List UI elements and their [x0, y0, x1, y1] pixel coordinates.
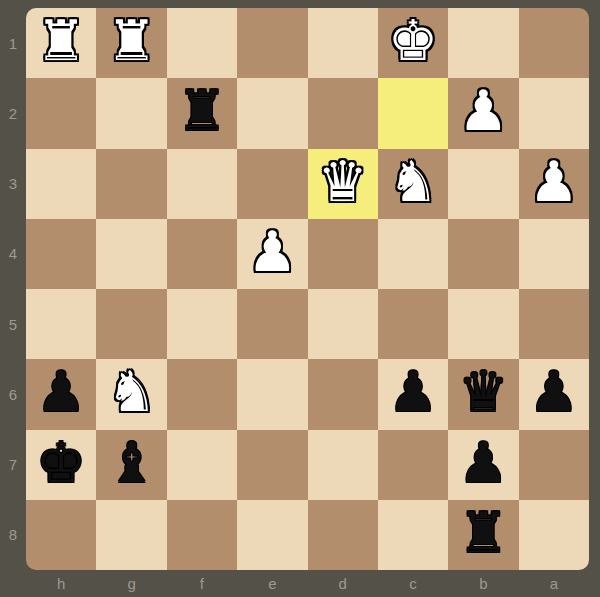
piece-white-pawn[interactable]: ♟ [458, 83, 508, 139]
square-d1[interactable] [308, 8, 378, 78]
rank-label-1: 1 [0, 8, 26, 78]
square-e4[interactable]: ♟ [237, 219, 307, 289]
square-h4[interactable] [26, 219, 96, 289]
square-b6[interactable]: ♛ [448, 359, 518, 429]
piece-white-rook[interactable]: ♜ [36, 13, 86, 69]
file-label-g: g [96, 570, 166, 597]
rank-label-6: 6 [0, 359, 26, 429]
square-d8[interactable] [308, 500, 378, 570]
square-f5[interactable] [167, 289, 237, 359]
square-f2[interactable]: ♜ [167, 78, 237, 148]
square-h5[interactable] [26, 289, 96, 359]
square-f7[interactable] [167, 430, 237, 500]
square-d2[interactable] [308, 78, 378, 148]
square-d6[interactable] [308, 359, 378, 429]
square-c1[interactable]: ♚ [378, 8, 448, 78]
square-e7[interactable] [237, 430, 307, 500]
piece-white-rook[interactable]: ♜ [106, 13, 156, 69]
square-g1[interactable]: ♜ [96, 8, 166, 78]
square-g6[interactable]: ♞ [96, 359, 166, 429]
piece-black-bishop[interactable]: ♝ [106, 435, 156, 491]
piece-black-queen[interactable]: ♛ [458, 364, 508, 420]
square-g7[interactable]: ♝ [96, 430, 166, 500]
piece-white-knight[interactable]: ♞ [106, 364, 156, 420]
square-h1[interactable]: ♜ [26, 8, 96, 78]
square-a2[interactable] [519, 78, 589, 148]
square-a6[interactable]: ♟ [519, 359, 589, 429]
square-b2[interactable]: ♟ [448, 78, 518, 148]
square-g3[interactable] [96, 149, 166, 219]
square-c8[interactable] [378, 500, 448, 570]
rank-label-7: 7 [0, 430, 26, 500]
square-d7[interactable] [308, 430, 378, 500]
file-label-f: f [167, 570, 237, 597]
square-h3[interactable] [26, 149, 96, 219]
square-f3[interactable] [167, 149, 237, 219]
square-e2[interactable] [237, 78, 307, 148]
rank-label-4: 4 [0, 219, 26, 289]
square-g4[interactable] [96, 219, 166, 289]
file-label-a: a [519, 570, 589, 597]
square-a3[interactable]: ♟ [519, 149, 589, 219]
square-h6[interactable]: ♟ [26, 359, 96, 429]
square-b8[interactable]: ♜ [448, 500, 518, 570]
square-c2[interactable] [378, 78, 448, 148]
piece-white-pawn[interactable]: ♟ [247, 224, 297, 280]
square-b3[interactable] [448, 149, 518, 219]
chess-board: ♜♜♚♜♟♛♞♟♟♟♞♟♛♟♚♝♟♜ [26, 8, 589, 570]
rank-label-8: 8 [0, 500, 26, 570]
rank-labels: 1 2 3 4 5 6 7 8 [0, 8, 26, 570]
square-h2[interactable] [26, 78, 96, 148]
square-f1[interactable] [167, 8, 237, 78]
square-b7[interactable]: ♟ [448, 430, 518, 500]
piece-black-pawn[interactable]: ♟ [36, 364, 86, 420]
square-d3[interactable]: ♛ [308, 149, 378, 219]
square-a1[interactable] [519, 8, 589, 78]
file-label-e: e [237, 570, 307, 597]
rank-label-3: 3 [0, 149, 26, 219]
piece-black-rook[interactable]: ♜ [458, 505, 508, 561]
piece-white-pawn[interactable]: ♟ [529, 154, 579, 210]
file-label-c: c [378, 570, 448, 597]
square-a4[interactable] [519, 219, 589, 289]
square-g2[interactable] [96, 78, 166, 148]
square-c6[interactable]: ♟ [378, 359, 448, 429]
piece-black-pawn[interactable]: ♟ [529, 364, 579, 420]
piece-black-rook[interactable]: ♜ [177, 83, 227, 139]
square-b5[interactable] [448, 289, 518, 359]
file-label-b: b [448, 570, 518, 597]
file-label-h: h [26, 570, 96, 597]
square-d4[interactable] [308, 219, 378, 289]
square-b1[interactable] [448, 8, 518, 78]
square-c7[interactable] [378, 430, 448, 500]
piece-black-pawn[interactable]: ♟ [388, 364, 438, 420]
square-h8[interactable] [26, 500, 96, 570]
piece-white-king[interactable]: ♚ [388, 13, 438, 69]
square-e8[interactable] [237, 500, 307, 570]
piece-white-queen[interactable]: ♛ [318, 154, 368, 210]
square-e5[interactable] [237, 289, 307, 359]
piece-black-pawn[interactable]: ♟ [458, 435, 508, 491]
square-e6[interactable] [237, 359, 307, 429]
square-h7[interactable]: ♚ [26, 430, 96, 500]
square-e1[interactable] [237, 8, 307, 78]
square-e3[interactable] [237, 149, 307, 219]
rank-label-5: 5 [0, 289, 26, 359]
square-f8[interactable] [167, 500, 237, 570]
square-f6[interactable] [167, 359, 237, 429]
chess-app: 1 2 3 4 5 6 7 8 ♜♜♚♜♟♛♞♟♟♟♞♟♛♟♚♝♟♜ h g f… [0, 0, 600, 597]
square-f4[interactable] [167, 219, 237, 289]
file-label-d: d [308, 570, 378, 597]
square-a8[interactable] [519, 500, 589, 570]
square-a5[interactable] [519, 289, 589, 359]
square-d5[interactable] [308, 289, 378, 359]
square-g5[interactable] [96, 289, 166, 359]
square-g8[interactable] [96, 500, 166, 570]
rank-label-2: 2 [0, 78, 26, 148]
piece-black-king[interactable]: ♚ [36, 435, 86, 491]
file-labels: h g f e d c b a [26, 570, 589, 597]
square-a7[interactable] [519, 430, 589, 500]
square-c4[interactable] [378, 219, 448, 289]
square-b4[interactable] [448, 219, 518, 289]
piece-white-knight[interactable]: ♞ [388, 154, 438, 210]
square-c5[interactable] [378, 289, 448, 359]
square-c3[interactable]: ♞ [378, 149, 448, 219]
